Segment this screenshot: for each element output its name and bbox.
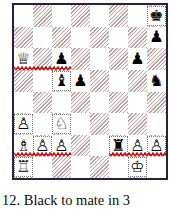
piece-white-knight-c3: ♘ [52,114,70,134]
piece-white-queen-a6: ♕ [16,51,30,67]
square-f5 [109,70,128,92]
puzzle-page: ♚♟♕♟♟♝♟♞♙♘♗♙♙♜♙♙♖♔ 12. Black to mate in … [0,0,170,217]
square-f1 [109,156,128,178]
square-g6: ♟ [128,48,147,70]
square-g4 [128,92,147,114]
piece-white-rook-a1: ♖ [14,157,32,177]
square-g8 [128,5,147,27]
square-c4 [52,92,71,114]
square-b5 [33,70,52,92]
square-c7 [52,27,71,49]
piece-white-pawn-g2: ♙ [130,138,144,154]
square-g3 [128,113,147,135]
square-c6: ♟ [52,48,71,70]
square-f2: ♜ [109,135,128,157]
square-a8 [14,5,33,27]
square-a3: ♙ [14,113,33,135]
square-g2: ♙ [128,135,147,157]
piece-black-pawn-h7: ♟ [149,29,163,45]
square-b7 [33,27,52,49]
chess-board-grid: ♚♟♕♟♟♝♟♞♙♘♗♙♙♜♙♙♖♔ [14,5,166,178]
square-a1: ♖ [14,156,33,178]
square-d8 [71,5,90,27]
square-a5 [14,70,33,92]
square-b3 [33,113,52,135]
square-b6 [33,48,52,70]
square-h2: ♙ [147,135,166,157]
square-d6 [71,48,90,70]
square-b4 [33,92,52,114]
square-g1: ♔ [128,156,147,178]
square-h5: ♞ [147,70,166,92]
square-d4 [71,92,90,114]
square-h4 [147,92,166,114]
square-e5 [90,70,109,92]
square-d7 [71,27,90,49]
square-f7 [109,27,128,49]
square-e1 [90,156,109,178]
piece-black-pawn-g6: ♟ [130,51,144,67]
square-f6 [109,48,128,70]
piece-black-bishop-c5: ♝ [52,71,70,91]
piece-white-pawn-h2: ♙ [147,136,165,156]
piece-black-pawn-d5: ♟ [73,73,87,89]
piece-white-pawn-b2: ♙ [33,136,51,156]
square-a6: ♕ [14,48,33,70]
puzzle-caption: 12. Black to mate in 3 [2,192,130,209]
piece-white-pawn-a3: ♙ [14,114,32,134]
piece-white-pawn-c2: ♙ [54,138,68,154]
square-g7 [128,27,147,49]
square-d2 [71,135,90,157]
square-d1 [71,156,90,178]
square-c5: ♝ [52,70,71,92]
square-h1 [147,156,166,178]
square-c2: ♙ [52,135,71,157]
square-b8 [33,5,52,27]
square-d3 [71,113,90,135]
piece-black-pawn-c6: ♟ [54,51,68,67]
square-f3 [109,113,128,135]
square-a7 [14,27,33,49]
square-e7 [90,27,109,49]
square-b2: ♙ [33,135,52,157]
chess-board: ♚♟♕♟♟♝♟♞♙♘♗♙♙♜♙♙♖♔ [12,3,168,180]
square-h7: ♟ [147,27,166,49]
chess-board-inner: ♚♟♕♟♟♝♟♞♙♘♗♙♙♜♙♙♖♔ [14,5,166,178]
square-b1 [33,156,52,178]
piece-white-bishop-a2: ♗ [16,138,30,154]
piece-black-king-h8: ♚ [147,6,165,26]
square-a2: ♗ [14,135,33,157]
square-c8 [52,5,71,27]
square-e3 [90,113,109,135]
square-e6 [90,48,109,70]
square-h6 [147,48,166,70]
piece-black-knight-h5: ♞ [149,73,163,89]
square-e4 [90,92,109,114]
square-f4 [109,92,128,114]
square-h8: ♚ [147,5,166,27]
square-h3 [147,113,166,135]
square-g5 [128,70,147,92]
square-d5: ♟ [71,70,90,92]
piece-white-king-g1: ♔ [128,157,146,177]
square-c3: ♘ [52,113,71,135]
square-e2 [90,135,109,157]
square-c1 [52,156,71,178]
square-f8 [109,5,128,27]
square-a4 [14,92,33,114]
piece-black-rook-f2: ♜ [109,136,127,156]
square-e8 [90,5,109,27]
